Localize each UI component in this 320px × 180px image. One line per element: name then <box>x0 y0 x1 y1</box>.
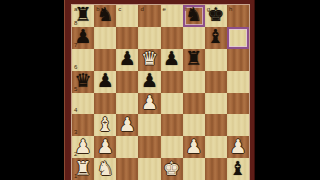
chess-board: a8♜b♞cdef♞g♚h7♟♝6♟♛♟♜5♛♟♟4♟3♝♟2♟♟♟♟1♜♞♚♝ <box>71 4 250 180</box>
square-b4[interactable] <box>94 93 116 115</box>
square-c8[interactable]: c <box>116 5 138 27</box>
black-pawn[interactable]: ♟ <box>163 49 180 68</box>
white-bishop[interactable]: ♝ <box>97 115 114 134</box>
square-h8[interactable]: h <box>227 5 249 27</box>
square-e4[interactable] <box>161 93 183 115</box>
black-pawn[interactable]: ♟ <box>97 71 114 90</box>
square-b7[interactable] <box>94 27 116 49</box>
square-d2[interactable] <box>138 136 160 158</box>
square-e1[interactable]: ♚ <box>161 158 183 180</box>
square-e7[interactable] <box>161 27 183 49</box>
black-knight[interactable]: ♞ <box>97 5 114 24</box>
square-d5[interactable]: ♟ <box>138 71 160 93</box>
white-queen[interactable]: ♛ <box>141 49 158 68</box>
square-e2[interactable] <box>161 136 183 158</box>
black-bishop[interactable]: ♝ <box>207 27 224 46</box>
square-g1[interactable] <box>205 158 227 180</box>
square-e6[interactable]: ♟ <box>161 49 183 71</box>
square-f6[interactable]: ♜ <box>183 49 205 71</box>
white-pawn[interactable]: ♟ <box>119 115 136 134</box>
square-f5[interactable] <box>183 71 205 93</box>
file-label-c: c <box>118 6 121 12</box>
square-g3[interactable] <box>205 114 227 136</box>
square-a6[interactable]: 6 <box>72 49 94 71</box>
white-king[interactable]: ♚ <box>163 159 180 178</box>
square-d3[interactable] <box>138 114 160 136</box>
black-king[interactable]: ♚ <box>207 5 224 24</box>
square-g8[interactable]: g♚ <box>205 5 227 27</box>
square-d6[interactable]: ♛ <box>138 49 160 71</box>
square-h6[interactable] <box>227 49 249 71</box>
square-g6[interactable] <box>205 49 227 71</box>
white-pawn[interactable]: ♟ <box>97 137 114 156</box>
screen: a8♜b♞cdef♞g♚h7♟♝6♟♛♟♜5♛♟♟4♟3♝♟2♟♟♟♟1♜♞♚♝ <box>0 0 320 180</box>
square-b1[interactable]: ♞ <box>94 158 116 180</box>
square-a3[interactable]: 3 <box>72 114 94 136</box>
square-a1[interactable]: 1♜ <box>72 158 94 180</box>
square-e5[interactable] <box>161 71 183 93</box>
square-a2[interactable]: 2♟ <box>72 136 94 158</box>
square-h4[interactable] <box>227 93 249 115</box>
black-bishop[interactable]: ♝ <box>229 159 246 178</box>
board-frame: a8♜b♞cdef♞g♚h7♟♝6♟♛♟♜5♛♟♟4♟3♝♟2♟♟♟♟1♜♞♚♝ <box>64 0 255 180</box>
black-rook[interactable]: ♜ <box>75 5 92 24</box>
square-f2[interactable]: ♟ <box>183 136 205 158</box>
square-f7[interactable] <box>183 27 205 49</box>
square-b6[interactable] <box>94 49 116 71</box>
square-c5[interactable] <box>116 71 138 93</box>
square-e3[interactable] <box>161 114 183 136</box>
white-pawn[interactable]: ♟ <box>229 137 246 156</box>
file-label-h: h <box>229 6 232 12</box>
black-pawn[interactable]: ♟ <box>75 27 92 46</box>
rank-label-4: 4 <box>74 107 77 113</box>
square-b3[interactable]: ♝ <box>94 114 116 136</box>
square-h1[interactable]: ♝ <box>227 158 249 180</box>
square-e8[interactable]: e <box>161 5 183 27</box>
square-f3[interactable] <box>183 114 205 136</box>
square-f8[interactable]: f♞ <box>183 5 205 27</box>
square-h2[interactable]: ♟ <box>227 136 249 158</box>
square-d1[interactable] <box>138 158 160 180</box>
file-label-e: e <box>163 6 166 12</box>
square-c2[interactable] <box>116 136 138 158</box>
black-knight[interactable]: ♞ <box>185 5 202 24</box>
white-pawn[interactable]: ♟ <box>75 137 92 156</box>
rank-label-6: 6 <box>74 64 77 70</box>
square-c3[interactable]: ♟ <box>116 114 138 136</box>
black-pawn[interactable]: ♟ <box>141 71 158 90</box>
square-h5[interactable] <box>227 71 249 93</box>
square-f1[interactable] <box>183 158 205 180</box>
black-queen[interactable]: ♛ <box>75 71 92 90</box>
white-pawn[interactable]: ♟ <box>141 93 158 112</box>
square-c7[interactable] <box>116 27 138 49</box>
white-knight[interactable]: ♞ <box>97 159 114 178</box>
square-g7[interactable]: ♝ <box>205 27 227 49</box>
black-pawn[interactable]: ♟ <box>119 49 136 68</box>
square-d7[interactable] <box>138 27 160 49</box>
square-h7[interactable] <box>227 27 249 49</box>
square-d8[interactable]: d <box>138 5 160 27</box>
file-label-d: d <box>140 6 143 12</box>
square-a5[interactable]: 5♛ <box>72 71 94 93</box>
white-pawn[interactable]: ♟ <box>185 137 202 156</box>
square-b8[interactable]: b♞ <box>94 5 116 27</box>
square-b2[interactable]: ♟ <box>94 136 116 158</box>
black-rook[interactable]: ♜ <box>185 49 202 68</box>
square-c6[interactable]: ♟ <box>116 49 138 71</box>
square-h3[interactable] <box>227 114 249 136</box>
square-g4[interactable] <box>205 93 227 115</box>
square-a8[interactable]: a8♜ <box>72 5 94 27</box>
rank-label-3: 3 <box>74 129 77 135</box>
square-f4[interactable] <box>183 93 205 115</box>
square-g5[interactable] <box>205 71 227 93</box>
square-c1[interactable] <box>116 158 138 180</box>
square-g2[interactable] <box>205 136 227 158</box>
square-a4[interactable]: 4 <box>72 93 94 115</box>
square-c4[interactable] <box>116 93 138 115</box>
square-d4[interactable]: ♟ <box>138 93 160 115</box>
square-b5[interactable]: ♟ <box>94 71 116 93</box>
square-a7[interactable]: 7♟ <box>72 27 94 49</box>
white-rook[interactable]: ♜ <box>75 159 92 178</box>
